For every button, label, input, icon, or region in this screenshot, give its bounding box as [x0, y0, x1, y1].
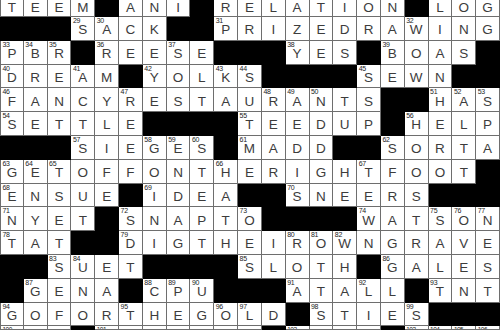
grid-cell-r13c9[interactable]: 96O — [214, 303, 238, 327]
grid-cell-r7c5[interactable]: F — [119, 160, 143, 184]
grid-cell-r5c5[interactable]: E — [119, 112, 143, 136]
grid-cell-r1c10[interactable]: R — [238, 17, 262, 41]
grid-cell-r10c16[interactable]: G — [381, 231, 405, 255]
grid-cell-r14c10[interactable] — [238, 326, 262, 330]
grid-cell-r11c18[interactable]: L — [429, 255, 453, 279]
grid-cell-r5c20[interactable]: P — [476, 112, 500, 136]
grid-cell-r3c7[interactable]: O — [167, 65, 191, 89]
grid-cell-r14c17[interactable]: 103 — [405, 326, 429, 330]
grid-cell-r10c7[interactable]: G — [167, 231, 191, 255]
cell-letter: R — [292, 237, 302, 251]
grid-cell-r6c5[interactable]: E — [119, 136, 143, 160]
cell-letter: A — [388, 214, 397, 228]
cell-letter: G — [197, 309, 208, 323]
grid-cell-r2c8[interactable]: E — [190, 41, 214, 65]
grid-cell-r0c15[interactable]: O — [357, 0, 381, 17]
grid-cell-r3c17[interactable]: W — [405, 65, 429, 89]
cell-letter: L — [270, 261, 278, 275]
grid-cell-r10c19[interactable]: V — [452, 231, 476, 255]
grid-cell-r4c3[interactable]: C — [71, 88, 95, 112]
grid-cell-r1c17[interactable]: 32W — [405, 17, 429, 41]
grid-cell-r14c13[interactable] — [310, 326, 334, 330]
grid-cell-r6c18[interactable]: R — [429, 136, 453, 160]
grid-cell-r12c12[interactable]: 91A — [286, 279, 310, 303]
cell-letter: A — [269, 142, 278, 156]
grid-cell-r14c8[interactable] — [190, 326, 214, 330]
grid-cell-r4c14[interactable]: T — [333, 88, 357, 112]
grid-cell-r0c6[interactable]: N — [143, 0, 167, 17]
grid-cell-r4c10[interactable]: U — [238, 88, 262, 112]
grid-cell-r7c3[interactable]: O — [71, 160, 95, 184]
grid-cell-r2c4[interactable]: 36R — [95, 41, 119, 65]
grid-cell-r11c17[interactable]: A — [405, 255, 429, 279]
cell-letter: L — [270, 1, 278, 15]
grid-cell-r0c20[interactable]: G — [476, 0, 500, 17]
grid-cell-r7c15[interactable]: 67T — [357, 160, 381, 184]
grid-cell-r7c6[interactable]: O — [143, 160, 167, 184]
grid-cell-r1c5[interactable]: C — [119, 17, 143, 41]
grid-cell-r5c18[interactable]: E — [429, 112, 453, 136]
grid-cell-r7c1[interactable]: 64E — [24, 160, 48, 184]
grid-cell-r12c19[interactable]: N — [452, 279, 476, 303]
grid-cell-r12c1[interactable]: 87G — [24, 279, 48, 303]
grid-cell-r1c6[interactable]: K — [143, 17, 167, 41]
grid-cell-r13c16[interactable]: E — [381, 303, 405, 327]
grid-cell-r14c12[interactable]: 102 — [286, 326, 310, 330]
clue-number: 32 — [406, 17, 413, 25]
grid-cell-r8c1[interactable]: N — [24, 184, 48, 208]
grid-cell-r7c7[interactable]: N — [167, 160, 191, 184]
grid-cell-r1c18[interactable]: I — [429, 17, 453, 41]
grid-cell-r14c7[interactable] — [167, 326, 191, 330]
grid-cell-r5c10[interactable]: 55T — [238, 112, 262, 136]
grid-cell-r4c20[interactable]: 53S — [476, 88, 500, 112]
grid-cell-r9c0[interactable]: 71N — [0, 207, 24, 231]
grid-cell-r2c18[interactable]: A — [429, 41, 453, 65]
black-square — [262, 207, 286, 231]
grid-cell-r10c2[interactable]: T — [48, 231, 72, 255]
grid-cell-r11c2[interactable]: 83S — [48, 255, 72, 279]
grid-cell-r2c7[interactable]: 37S — [167, 41, 191, 65]
grid-cell-r0c14[interactable]: I — [333, 0, 357, 17]
cell-letter: O — [30, 309, 41, 323]
grid-cell-r2c14[interactable]: S — [333, 41, 357, 65]
grid-cell-r6c12[interactable]: D — [286, 136, 310, 160]
grid-cell-r0c11[interactable]: L — [262, 0, 286, 17]
grid-cell-r9c20[interactable]: 77N — [476, 207, 500, 231]
grid-cell-r2c0[interactable]: 33P — [0, 41, 24, 65]
black-square — [143, 112, 167, 136]
grid-cell-r10c20[interactable]: E — [476, 231, 500, 255]
cell-letter: I — [176, 1, 180, 15]
grid-cell-r8c14[interactable]: E — [333, 184, 357, 208]
grid-cell-r6c8[interactable]: 60S — [190, 136, 214, 160]
cell-letter: O — [411, 142, 422, 156]
clue-number: 86 — [382, 255, 389, 263]
grid-cell-r13c10[interactable]: 97L — [238, 303, 262, 327]
grid-cell-r2c2[interactable]: 35R — [48, 41, 72, 65]
grid-cell-r3c4[interactable]: M — [95, 65, 119, 89]
grid-cell-r5c0[interactable]: 54S — [0, 112, 24, 136]
grid-cell-r8c6[interactable]: 69I — [143, 184, 167, 208]
grid-cell-r6c16[interactable]: 62S — [381, 136, 405, 160]
cell-letter: N — [316, 190, 326, 204]
grid-cell-r12c3[interactable]: N — [71, 279, 95, 303]
grid-cell-r12c8[interactable]: 90U — [190, 279, 214, 303]
grid-cell-r8c17[interactable]: S — [405, 184, 429, 208]
cell-letter: S — [435, 214, 444, 228]
grid-cell-r13c7[interactable]: E — [167, 303, 191, 327]
grid-cell-r6c7[interactable]: 59E — [167, 136, 191, 160]
grid-cell-r9c17[interactable]: T — [405, 207, 429, 231]
grid-cell-r14c6[interactable] — [143, 326, 167, 330]
grid-cell-r1c3[interactable]: 29S — [71, 17, 95, 41]
grid-cell-r12c13[interactable]: T — [310, 279, 334, 303]
grid-cell-r1c20[interactable]: G — [476, 17, 500, 41]
grid-cell-r2c19[interactable]: S — [452, 41, 476, 65]
grid-cell-r4c8[interactable]: T — [190, 88, 214, 112]
grid-cell-r13c2[interactable]: F — [48, 303, 72, 327]
grid-cell-r8c0[interactable]: 68E — [0, 184, 24, 208]
grid-cell-r9c8[interactable]: P — [190, 207, 214, 231]
grid-cell-r3c10[interactable]: 44S — [238, 65, 262, 89]
grid-cell-r14c20[interactable]: 106 — [476, 326, 500, 330]
grid-cell-r11c13[interactable]: T — [310, 255, 334, 279]
cell-letter: G — [149, 142, 160, 156]
grid-cell-r9c19[interactable]: 76O — [452, 207, 476, 231]
grid-cell-r13c15[interactable]: I — [357, 303, 381, 327]
clue-number: 103 — [406, 326, 415, 330]
cell-letter: H — [340, 166, 350, 180]
grid-cell-r6c6[interactable]: 58G — [143, 136, 167, 160]
grid-cell-r5c13[interactable]: D — [310, 112, 334, 136]
grid-cell-r4c12[interactable]: 49A — [286, 88, 310, 112]
grid-cell-r4c19[interactable]: 52A — [452, 88, 476, 112]
grid-cell-r9c3[interactable]: T — [71, 207, 95, 231]
grid-cell-r10c13[interactable]: 81O — [310, 231, 334, 255]
grid-cell-r13c5[interactable]: 95T — [119, 303, 143, 327]
clue-number: 76 — [454, 207, 461, 215]
clue-number: 54 — [3, 112, 10, 120]
grid-cell-r13c3[interactable]: O — [71, 303, 95, 327]
grid-cell-r10c5[interactable]: 79D — [119, 231, 143, 255]
grid-cell-r4c13[interactable]: 50N — [310, 88, 334, 112]
grid-cell-r11c19[interactable]: E — [452, 255, 476, 279]
grid-cell-r7c17[interactable]: O — [405, 160, 429, 184]
grid-cell-r14c14[interactable] — [333, 326, 357, 330]
grid-cell-r9c2[interactable]: E — [48, 207, 72, 231]
cell-letter: L — [246, 309, 254, 323]
grid-cell-r4c4[interactable]: Y — [95, 88, 119, 112]
grid-cell-r3c0[interactable]: 40D — [0, 65, 24, 89]
grid-cell-r12c15[interactable]: 92L — [357, 279, 381, 303]
grid-cell-r6c3[interactable]: 57S — [71, 136, 95, 160]
grid-cell-r11c12[interactable]: O — [286, 255, 310, 279]
grid-cell-r10c17[interactable]: R — [405, 231, 429, 255]
grid-cell-r14c18[interactable]: 104 — [429, 326, 453, 330]
grid-cell-r7c2[interactable]: 65T — [48, 160, 72, 184]
grid-cell-r12c7[interactable]: 89P — [167, 279, 191, 303]
grid-cell-r11c16[interactable]: 86G — [381, 255, 405, 279]
grid-cell-r5c3[interactable]: T — [71, 112, 95, 136]
grid-cell-r1c19[interactable]: N — [452, 17, 476, 41]
black-square — [381, 326, 405, 330]
cell-letter: C — [78, 95, 88, 109]
grid-cell-r0c1[interactable]: E — [24, 0, 48, 17]
grid-cell-r14c5[interactable] — [119, 326, 143, 330]
grid-cell-r2c5[interactable]: E — [119, 41, 143, 65]
grid-cell-r3c6[interactable]: 42Y — [143, 65, 167, 89]
grid-cell-r7c16[interactable]: F — [381, 160, 405, 184]
grid-cell-r7c13[interactable]: G — [310, 160, 334, 184]
cell-letter: H — [340, 261, 350, 275]
grid-cell-r9c7[interactable]: A — [167, 207, 191, 231]
clue-number: 31 — [216, 17, 223, 25]
grid-cell-r1c9[interactable]: 31P — [214, 17, 238, 41]
grid-cell-r0c9[interactable]: R — [214, 0, 238, 17]
grid-cell-r12c4[interactable]: A — [95, 279, 119, 303]
grid-cell-r14c15[interactable] — [357, 326, 381, 330]
grid-cell-r13c6[interactable]: H — [143, 303, 167, 327]
grid-cell-r6c17[interactable]: O — [405, 136, 429, 160]
grid-cell-r7c18[interactable]: O — [429, 160, 453, 184]
grid-cell-r8c4[interactable]: E — [95, 184, 119, 208]
grid-cell-r13c17[interactable]: 99S — [405, 303, 429, 327]
grid-cell-r13c13[interactable]: 98S — [310, 303, 334, 327]
grid-cell-r7c0[interactable]: 63G — [0, 160, 24, 184]
black-square — [95, 0, 119, 17]
grid-cell-r5c4[interactable]: L — [95, 112, 119, 136]
grid-cell-r11c11[interactable]: L — [262, 255, 286, 279]
grid-cell-r14c1[interactable] — [24, 326, 48, 330]
cell-letter: F — [8, 95, 16, 109]
grid-cell-r10c0[interactable]: 78T — [0, 231, 24, 255]
grid-cell-r4c1[interactable]: A — [24, 88, 48, 112]
grid-cell-r4c18[interactable]: 51H — [429, 88, 453, 112]
grid-cell-r10c11[interactable]: I — [262, 231, 286, 255]
grid-cell-r1c4[interactable]: 30A — [95, 17, 119, 41]
grid-cell-r9c18[interactable]: 75S — [429, 207, 453, 231]
black-square — [476, 184, 500, 208]
grid-cell-r14c4[interactable]: 101 — [95, 326, 119, 330]
grid-cell-r8c9[interactable]: A — [214, 184, 238, 208]
grid-cell-r4c15[interactable]: S — [357, 88, 381, 112]
grid-cell-r9c1[interactable]: Y — [24, 207, 48, 231]
clue-number: 39 — [382, 41, 389, 49]
grid-cell-r13c1[interactable]: O — [24, 303, 48, 327]
grid-cell-r2c17[interactable]: O — [405, 41, 429, 65]
cell-letter: Z — [293, 23, 301, 37]
cell-letter: E — [174, 309, 183, 323]
grid-cell-r7c19[interactable]: T — [452, 160, 476, 184]
grid-cell-r10c10[interactable]: E — [238, 231, 262, 255]
grid-cell-r3c18[interactable]: N — [429, 65, 453, 89]
grid-cell-r0c2[interactable]: E — [48, 0, 72, 17]
grid-cell-r10c8[interactable]: T — [190, 231, 214, 255]
grid-cell-r3c16[interactable]: E — [381, 65, 405, 89]
grid-cell-r4c5[interactable]: 47R — [119, 88, 143, 112]
grid-cell-r9c16[interactable]: A — [381, 207, 405, 231]
clue-number: 37 — [168, 41, 175, 49]
grid-cell-r0c19[interactable]: O — [452, 0, 476, 17]
cell-letter: T — [317, 261, 325, 275]
cell-letter: W — [362, 214, 375, 228]
cell-letter: E — [388, 309, 397, 323]
grid-cell-r6c4[interactable]: I — [95, 136, 119, 160]
grid-cell-r12c18[interactable]: 93T — [429, 279, 453, 303]
grid-cell-r14c9[interactable] — [214, 326, 238, 330]
grid-cell-r3c1[interactable]: R — [24, 65, 48, 89]
grid-cell-r9c15[interactable]: 74W — [357, 207, 381, 231]
grid-cell-r7c8[interactable]: T — [190, 160, 214, 184]
grid-cell-r13c8[interactable]: G — [190, 303, 214, 327]
grid-cell-r3c2[interactable]: E — [48, 65, 72, 89]
grid-cell-r12c6[interactable]: 88C — [143, 279, 167, 303]
grid-cell-r1c14[interactable]: D — [333, 17, 357, 41]
grid-cell-r3c8[interactable]: L — [190, 65, 214, 89]
grid-cell-r11c4[interactable]: E — [95, 255, 119, 279]
grid-cell-r12c16[interactable]: L — [381, 279, 405, 303]
grid-cell-r6c20[interactable]: A — [476, 136, 500, 160]
grid-cell-r14c19[interactable]: 105 — [452, 326, 476, 330]
grid-cell-r6c13[interactable]: D — [310, 136, 334, 160]
grid-cell-r12c20[interactable]: T — [476, 279, 500, 303]
grid-cell-r14c2[interactable] — [48, 326, 72, 330]
grid-cell-r6c10[interactable]: 61M — [238, 136, 262, 160]
grid-cell-r8c15[interactable]: E — [357, 184, 381, 208]
grid-cell-r10c14[interactable]: 82W — [333, 231, 357, 255]
grid-cell-r9c9[interactable]: T — [214, 207, 238, 231]
cell-letter: L — [103, 118, 111, 132]
grid-cell-r13c14[interactable]: T — [333, 303, 357, 327]
grid-cell-r7c10[interactable]: E — [238, 160, 262, 184]
grid-cell-r0c18[interactable]: L — [429, 0, 453, 17]
grid-cell-r10c18[interactable]: A — [429, 231, 453, 255]
grid-cell-r8c7[interactable]: D — [167, 184, 191, 208]
grid-cell-r0c3[interactable]: M — [71, 0, 95, 17]
grid-cell-r5c14[interactable]: U — [333, 112, 357, 136]
cell-letter: S — [245, 71, 254, 85]
grid-cell-r7c12[interactable]: I — [286, 160, 310, 184]
grid-cell-r8c3[interactable]: U — [71, 184, 95, 208]
grid-cell-r11c14[interactable]: H — [333, 255, 357, 279]
grid-cell-r0c7[interactable]: I — [167, 0, 191, 17]
cell-letter: K — [150, 23, 159, 37]
cell-letter: T — [79, 214, 87, 228]
cell-letter: L — [389, 285, 397, 299]
grid-cell-r5c2[interactable]: T — [48, 112, 72, 136]
grid-cell-r2c1[interactable]: 34B — [24, 41, 48, 65]
grid-cell-r4c7[interactable]: S — [167, 88, 191, 112]
grid-cell-r12c2[interactable]: E — [48, 279, 72, 303]
grid-cell-r9c6[interactable]: N — [143, 207, 167, 231]
grid-cell-r8c12[interactable]: 70S — [286, 184, 310, 208]
grid-cell-r7c11[interactable]: R — [262, 160, 286, 184]
grid-cell-r1c16[interactable]: A — [381, 17, 405, 41]
grid-cell-r4c2[interactable]: N — [48, 88, 72, 112]
grid-cell-r5c12[interactable]: E — [286, 112, 310, 136]
grid-cell-r9c10[interactable]: 73O — [238, 207, 262, 231]
grid-cell-r10c9[interactable]: H — [214, 231, 238, 255]
cell-letter: E — [102, 261, 111, 275]
grid-cell-r12c14[interactable]: A — [333, 279, 357, 303]
grid-cell-r13c4[interactable]: R — [95, 303, 119, 327]
grid-cell-r8c13[interactable]: N — [310, 184, 334, 208]
grid-cell-r4c0[interactable]: 46F — [0, 88, 24, 112]
grid-cell-r8c2[interactable]: S — [48, 184, 72, 208]
grid-cell-r0c0[interactable]: T — [0, 0, 24, 17]
grid-cell-r3c3[interactable]: 41A — [71, 65, 95, 89]
grid-cell-r8c16[interactable]: R — [381, 184, 405, 208]
grid-cell-r3c9[interactable]: 43K — [214, 65, 238, 89]
grid-cell-r13c0[interactable]: 94G — [0, 303, 24, 327]
grid-cell-r10c12[interactable]: 80R — [286, 231, 310, 255]
grid-cell-r9c5[interactable]: 72S — [119, 207, 143, 231]
grid-cell-r4c11[interactable]: 48R — [262, 88, 286, 112]
grid-cell-r0c10[interactable]: E — [238, 0, 262, 17]
grid-cell-r3c15[interactable]: 45S — [357, 65, 381, 89]
grid-cell-r8c8[interactable]: E — [190, 184, 214, 208]
black-square — [238, 41, 262, 65]
grid-cell-r2c12[interactable]: 38Y — [286, 41, 310, 65]
cell-letter: U — [245, 95, 255, 109]
grid-cell-r5c15[interactable]: P — [357, 112, 381, 136]
grid-cell-r4c6[interactable]: E — [143, 88, 167, 112]
grid-cell-r10c15[interactable]: N — [357, 231, 381, 255]
grid-cell-r6c11[interactable]: A — [262, 136, 286, 160]
black-square — [0, 17, 24, 41]
cell-letter: P — [364, 118, 373, 132]
grid-cell-r7c9[interactable]: 66H — [214, 160, 238, 184]
grid-cell-r5c1[interactable]: E — [24, 112, 48, 136]
cell-letter: F — [388, 166, 396, 180]
grid-cell-r2c16[interactable]: 39B — [381, 41, 405, 65]
grid-cell-r2c6[interactable]: E — [143, 41, 167, 65]
grid-cell-r10c1[interactable]: A — [24, 231, 48, 255]
grid-cell-r1c15[interactable]: R — [357, 17, 381, 41]
grid-cell-r4c9[interactable]: A — [214, 88, 238, 112]
grid-cell-r7c4[interactable]: F — [95, 160, 119, 184]
clue-number: 29 — [73, 17, 80, 25]
grid-cell-r11c20[interactable]: S — [476, 255, 500, 279]
grid-cell-r11c3[interactable]: 84U — [71, 255, 95, 279]
grid-cell-r10c6[interactable]: I — [143, 231, 167, 255]
grid-cell-r11c10[interactable]: 85S — [238, 255, 262, 279]
grid-cell-r5c19[interactable]: L — [452, 112, 476, 136]
grid-cell-r0c16[interactable]: N — [381, 0, 405, 17]
grid-cell-r0c5[interactable]: A — [119, 0, 143, 17]
grid-cell-r14c0[interactable]: 100 — [0, 326, 24, 330]
grid-cell-r6c19[interactable]: T — [452, 136, 476, 160]
clue-number: 44 — [240, 65, 247, 73]
grid-cell-r7c14[interactable]: H — [333, 160, 357, 184]
grid-cell-r5c11[interactable]: E — [262, 112, 286, 136]
grid-cell-r1c12[interactable]: Z — [286, 17, 310, 41]
grid-cell-r0c12[interactable]: A — [286, 0, 310, 17]
cell-letter: I — [271, 237, 275, 251]
grid-cell-r13c11[interactable]: D — [262, 303, 286, 327]
grid-cell-r11c5[interactable]: T — [119, 255, 143, 279]
clue-number: 48 — [263, 88, 270, 96]
grid-cell-r1c13[interactable]: E — [310, 17, 334, 41]
grid-cell-r2c13[interactable]: E — [310, 41, 334, 65]
black-square — [381, 112, 405, 136]
grid-cell-r1c11[interactable]: I — [262, 17, 286, 41]
grid-cell-r5c17[interactable]: 56H — [405, 112, 429, 136]
clue-number: 100 — [3, 326, 12, 330]
grid-cell-r0c13[interactable]: T — [310, 0, 334, 17]
clue-number: 64 — [25, 160, 32, 168]
